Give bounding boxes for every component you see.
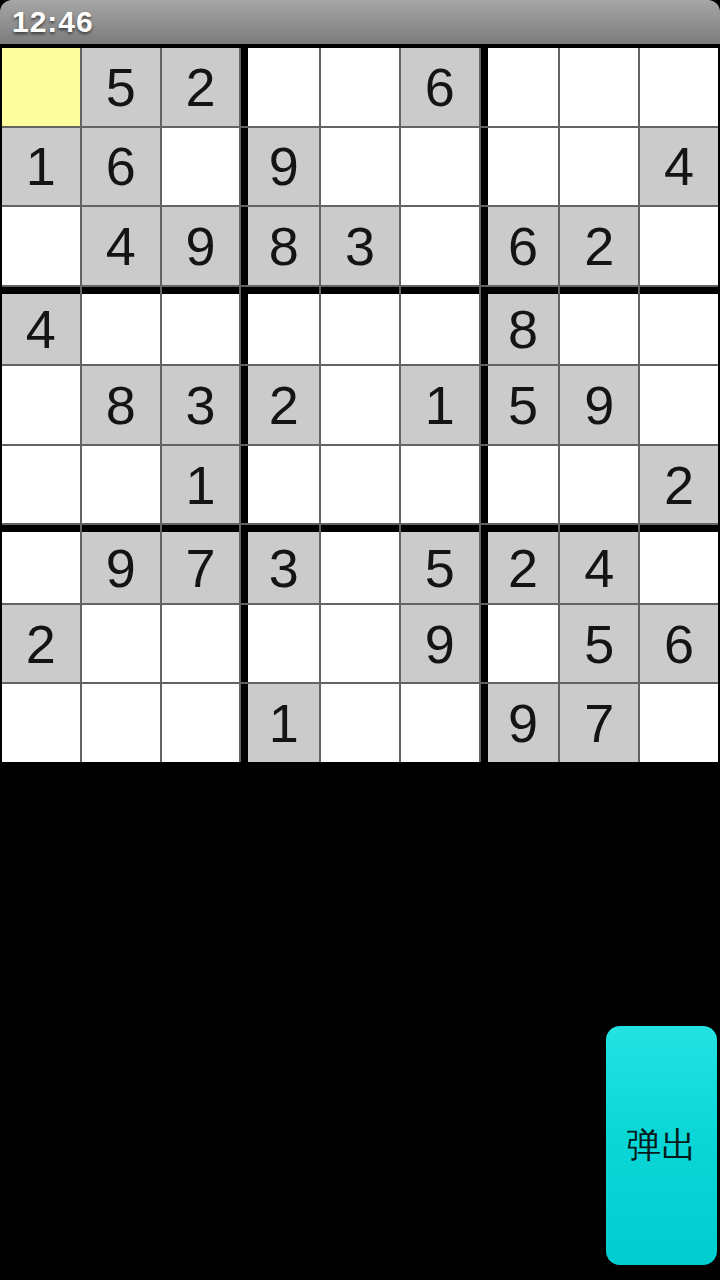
cell-r5c2[interactable]: 8 — [82, 366, 160, 444]
cell-r2c8[interactable] — [560, 128, 638, 206]
cell-r5c6[interactable]: 1 — [401, 366, 479, 444]
cell-r8c4[interactable] — [241, 605, 319, 683]
cell-r7c8[interactable]: 4 — [560, 525, 638, 603]
cell-r7c9[interactable] — [640, 525, 718, 603]
cell-r8c6[interactable]: 9 — [401, 605, 479, 683]
cell-r6c3[interactable]: 1 — [162, 446, 240, 524]
cell-r3c4[interactable]: 8 — [241, 207, 319, 285]
cell-r5c7[interactable]: 5 — [481, 366, 559, 444]
cell-r1c4[interactable] — [241, 48, 319, 126]
cell-r5c4[interactable]: 2 — [241, 366, 319, 444]
cell-r8c5[interactable] — [321, 605, 399, 683]
cell-r4c8[interactable] — [560, 287, 638, 365]
cell-r9c3[interactable] — [162, 684, 240, 762]
cell-r6c6[interactable] — [401, 446, 479, 524]
cell-r1c3[interactable]: 2 — [162, 48, 240, 126]
cell-r7c3[interactable]: 7 — [162, 525, 240, 603]
clock-text: 12:46 — [0, 5, 94, 39]
cell-r3c7[interactable]: 6 — [481, 207, 559, 285]
popup-button[interactable]: 弹出 — [606, 1026, 717, 1265]
cell-r9c5[interactable] — [321, 684, 399, 762]
cell-r7c7[interactable]: 2 — [481, 525, 559, 603]
cell-r7c2[interactable]: 9 — [82, 525, 160, 603]
cell-r2c5[interactable] — [321, 128, 399, 206]
cell-r3c3[interactable]: 9 — [162, 207, 240, 285]
cell-r9c7[interactable]: 9 — [481, 684, 559, 762]
cell-r3c8[interactable]: 2 — [560, 207, 638, 285]
cell-r9c9[interactable] — [640, 684, 718, 762]
cell-r7c5[interactable] — [321, 525, 399, 603]
cell-r8c7[interactable] — [481, 605, 559, 683]
cell-r6c9[interactable]: 2 — [640, 446, 718, 524]
cell-r3c2[interactable]: 4 — [82, 207, 160, 285]
cell-r2c9[interactable]: 4 — [640, 128, 718, 206]
cell-r8c9[interactable]: 6 — [640, 605, 718, 683]
cell-r5c1[interactable] — [2, 366, 80, 444]
cell-r7c1[interactable] — [2, 525, 80, 603]
cell-r3c1[interactable] — [2, 207, 80, 285]
cell-r5c8[interactable]: 9 — [560, 366, 638, 444]
cell-r4c2[interactable] — [82, 287, 160, 365]
sudoku-board: 526169449836248832159129735242956197 — [0, 44, 720, 764]
cell-r5c5[interactable] — [321, 366, 399, 444]
cell-r6c5[interactable] — [321, 446, 399, 524]
cell-r5c3[interactable]: 3 — [162, 366, 240, 444]
cell-r8c1[interactable]: 2 — [2, 605, 80, 683]
cell-r8c3[interactable] — [162, 605, 240, 683]
cell-r1c7[interactable] — [481, 48, 559, 126]
cell-r4c5[interactable] — [321, 287, 399, 365]
cell-r6c7[interactable] — [481, 446, 559, 524]
cell-r4c9[interactable] — [640, 287, 718, 365]
cell-r1c8[interactable] — [560, 48, 638, 126]
cell-r2c1[interactable]: 1 — [2, 128, 80, 206]
cell-r8c8[interactable]: 5 — [560, 605, 638, 683]
cell-r9c8[interactable]: 7 — [560, 684, 638, 762]
cell-r1c5[interactable] — [321, 48, 399, 126]
cell-r3c9[interactable] — [640, 207, 718, 285]
cell-r3c6[interactable] — [401, 207, 479, 285]
cell-r7c4[interactable]: 3 — [241, 525, 319, 603]
cell-r6c1[interactable] — [2, 446, 80, 524]
cell-r4c4[interactable] — [241, 287, 319, 365]
cell-r9c4[interactable]: 1 — [241, 684, 319, 762]
cell-r6c4[interactable] — [241, 446, 319, 524]
cell-r1c1[interactable] — [2, 48, 80, 126]
cell-r5c9[interactable] — [640, 366, 718, 444]
cell-r9c6[interactable] — [401, 684, 479, 762]
status-bar: 12:46 — [0, 0, 720, 44]
cell-r1c9[interactable] — [640, 48, 718, 126]
cell-r2c7[interactable] — [481, 128, 559, 206]
cell-r4c7[interactable]: 8 — [481, 287, 559, 365]
cell-r2c4[interactable]: 9 — [241, 128, 319, 206]
cell-r9c1[interactable] — [2, 684, 80, 762]
cell-r2c3[interactable] — [162, 128, 240, 206]
cell-r1c6[interactable]: 6 — [401, 48, 479, 126]
cell-r9c2[interactable] — [82, 684, 160, 762]
cell-r3c5[interactable]: 3 — [321, 207, 399, 285]
cell-r6c2[interactable] — [82, 446, 160, 524]
cell-r2c6[interactable] — [401, 128, 479, 206]
cell-r4c6[interactable] — [401, 287, 479, 365]
cell-r4c3[interactable] — [162, 287, 240, 365]
cell-r4c1[interactable]: 4 — [2, 287, 80, 365]
cell-r1c2[interactable]: 5 — [82, 48, 160, 126]
cell-r7c6[interactable]: 5 — [401, 525, 479, 603]
cell-r2c2[interactable]: 6 — [82, 128, 160, 206]
cell-r8c2[interactable] — [82, 605, 160, 683]
cell-r6c8[interactable] — [560, 446, 638, 524]
